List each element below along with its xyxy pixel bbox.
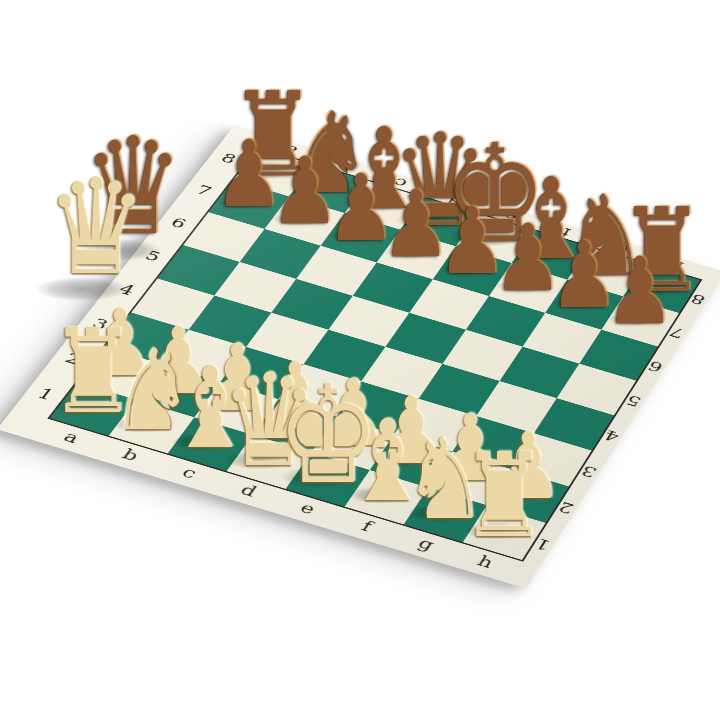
piece-white-rook-h1[interactable]: ♜ <box>461 437 548 553</box>
rank-label-left-7: 7 <box>193 183 214 198</box>
piece-black-pawn-h7[interactable]: ♟ <box>606 246 675 338</box>
rank-label-right-6: 6 <box>646 358 666 373</box>
product-photo-stage: { "game": "chess", "scene": { "descripti… <box>0 0 720 720</box>
rank-label-right-5: 5 <box>624 393 644 409</box>
light-queen-piece: ♛ <box>46 161 145 293</box>
rank-label-right-4: 4 <box>602 428 622 444</box>
